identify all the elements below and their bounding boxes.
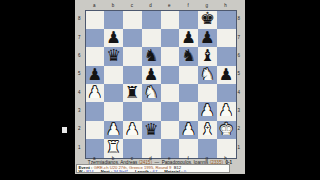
chess-board: ♚♟♟♟♛♞♞♝♟♟♞♟♟♜♞♟♟♟♟♛♟♝♚♜ (85, 10, 237, 159)
square-b1: ♜ (104, 139, 123, 157)
square-d6: ♞ (142, 47, 161, 65)
square-d7 (142, 29, 161, 47)
rank-label-7: 7 (78, 28, 81, 46)
square-b4 (104, 84, 123, 102)
letterbox-artifact-dash (62, 127, 67, 133)
square-b7: ♟ (104, 29, 123, 47)
square-h1 (217, 139, 236, 157)
square-f4 (179, 84, 198, 102)
stat-value: P14 (86, 169, 93, 173)
square-c6 (123, 47, 142, 65)
square-a6 (86, 47, 105, 65)
square-g3: ♟ (198, 102, 217, 120)
stats-row: W : P14Next : 34.Nxf7Length : 67Material… (79, 170, 229, 173)
video-frame: abcdefgh 87654321 87654321 ♚♟♟♟♛♞♞♝♟♟♞♟♟… (0, 0, 320, 180)
square-b2: ♟ (104, 121, 123, 139)
black-pawn: ♟ (106, 29, 121, 46)
square-a1 (86, 139, 105, 157)
rank-label-1: 1 (238, 138, 241, 156)
square-e6 (161, 47, 180, 65)
stat-item: Material : 0 (164, 170, 186, 173)
square-e3 (161, 102, 180, 120)
square-b8 (104, 11, 123, 29)
square-f2: ♟ (179, 121, 198, 139)
rank-label-5: 5 (78, 65, 81, 83)
square-e2 (161, 121, 180, 139)
white-pawn: ♟ (219, 103, 234, 120)
stat-value: 34.Nxf7 (113, 169, 127, 173)
file-label-e: e (160, 3, 179, 8)
square-e1 (161, 139, 180, 157)
stat-item: Length : 67 (135, 170, 157, 173)
rank-label-6: 6 (238, 46, 241, 64)
square-h3: ♟ (217, 102, 236, 120)
rank-label-5: 5 (238, 65, 241, 83)
square-f8 (179, 11, 198, 29)
game-info-box: Event : GRE-ch U20 27th, Greece 1995, Ro… (76, 164, 230, 173)
square-h2: ♚ (217, 121, 236, 139)
white-pawn: ♟ (106, 121, 121, 138)
square-e8 (161, 11, 180, 29)
square-a8 (86, 11, 105, 29)
square-c4: ♜ (123, 84, 142, 102)
square-e5 (161, 66, 180, 84)
square-d1 (142, 139, 161, 157)
rank-label-7: 7 (238, 28, 241, 46)
rank-label-1: 1 (78, 138, 81, 156)
square-a7 (86, 29, 105, 47)
square-e4 (161, 84, 180, 102)
file-label-h: h (216, 3, 235, 8)
square-h5: ♟ (217, 66, 236, 84)
square-a3 (86, 102, 105, 120)
square-c8 (123, 11, 142, 29)
black-pawn: ♟ (87, 66, 102, 83)
square-f7: ♟ (179, 29, 198, 47)
rank-labels-right: 87654321 (238, 10, 241, 157)
square-b5 (104, 66, 123, 84)
white-rook: ♜ (106, 140, 121, 157)
black-knight: ♞ (181, 48, 196, 65)
rank-label-8: 8 (78, 10, 81, 28)
square-a4: ♟ (86, 84, 105, 102)
square-g5: ♞ (198, 66, 217, 84)
black-pawn: ♟ (181, 29, 196, 46)
square-g1 (198, 139, 217, 157)
square-h8 (217, 11, 236, 29)
rank-label-3: 3 (78, 101, 81, 119)
white-knight: ♞ (200, 66, 215, 83)
square-d2: ♛ (142, 121, 161, 139)
rank-label-6: 6 (78, 46, 81, 64)
stat-label: Next : (101, 169, 114, 173)
square-f5 (179, 66, 198, 84)
square-c3 (123, 102, 142, 120)
square-g6: ♝ (198, 47, 217, 65)
black-king: ♚ (200, 11, 215, 28)
stat-value: 0 (184, 169, 186, 173)
square-d8 (142, 11, 161, 29)
black-queen: ♛ (144, 121, 159, 138)
file-label-f: f (179, 3, 198, 8)
square-c2: ♟ (123, 121, 142, 139)
rank-label-2: 2 (238, 120, 241, 138)
chess-viewer-panel: abcdefgh 87654321 87654321 ♚♟♟♟♛♞♞♝♟♟♞♟♟… (75, 0, 245, 174)
square-c1 (123, 139, 142, 157)
file-label-a: a (85, 3, 104, 8)
square-d5: ♟ (142, 66, 161, 84)
stat-value: 67 (153, 169, 158, 173)
square-b6: ♛ (104, 47, 123, 65)
stat-label: Length : (135, 169, 153, 173)
black-queen: ♛ (106, 48, 121, 65)
stat-item: W : P14 (79, 170, 94, 173)
square-a5: ♟ (86, 66, 105, 84)
white-pawn: ♟ (200, 103, 215, 120)
file-label-d: d (141, 3, 160, 8)
square-e7 (161, 29, 180, 47)
square-f1 (179, 139, 198, 157)
black-rook: ♜ (125, 84, 140, 101)
square-a2 (86, 121, 105, 139)
rank-label-2: 2 (78, 120, 81, 138)
square-g2: ♝ (198, 121, 217, 139)
square-b3 (104, 102, 123, 120)
white-pawn: ♟ (125, 121, 140, 138)
white-pawn: ♟ (87, 84, 102, 101)
white-bishop: ♝ (200, 121, 215, 138)
file-labels-top: abcdefgh (85, 3, 235, 8)
black-bishop: ♝ (200, 48, 215, 65)
square-h7 (217, 29, 236, 47)
black-pawn: ♟ (200, 29, 215, 46)
square-h4 (217, 84, 236, 102)
rank-labels-left: 87654321 (78, 10, 81, 157)
black-knight: ♞ (144, 48, 159, 65)
white-pawn: ♟ (181, 121, 196, 138)
square-c5 (123, 66, 142, 84)
square-c7 (123, 29, 142, 47)
square-g8: ♚ (198, 11, 217, 29)
rank-label-4: 4 (238, 83, 241, 101)
rank-label-8: 8 (238, 10, 241, 28)
black-pawn: ♟ (219, 66, 234, 83)
stat-item: Next : 34.Nxf7 (101, 170, 128, 173)
square-g4 (198, 84, 217, 102)
square-f3 (179, 102, 198, 120)
file-label-g: g (198, 3, 217, 8)
stat-label: Material : (164, 169, 184, 173)
black-pawn: ♟ (144, 66, 159, 83)
file-label-b: b (104, 3, 123, 8)
square-h6 (217, 47, 236, 65)
square-d4: ♞ (142, 84, 161, 102)
rank-label-4: 4 (78, 83, 81, 101)
rank-label-3: 3 (238, 101, 241, 119)
square-d3 (142, 102, 161, 120)
file-label-c: c (123, 3, 142, 8)
white-knight: ♞ (144, 84, 159, 101)
square-g7: ♟ (198, 29, 217, 47)
white-king: ♚ (219, 121, 234, 138)
square-f6: ♞ (179, 47, 198, 65)
